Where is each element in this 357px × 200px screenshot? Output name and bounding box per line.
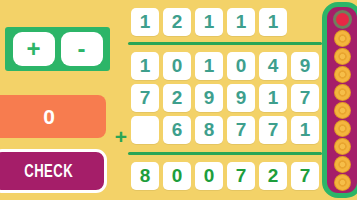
counter-display: 0 bbox=[0, 95, 106, 138]
carry-cell[interactable]: 1 bbox=[227, 8, 255, 36]
plus-button[interactable]: + bbox=[13, 32, 55, 66]
sum-cell[interactable]: 7 bbox=[227, 162, 255, 190]
sum-cell[interactable]: 2 bbox=[259, 162, 287, 190]
sum-cell[interactable]: 0 bbox=[195, 162, 223, 190]
empty-cell[interactable] bbox=[131, 116, 159, 144]
check-button[interactable]: CHECK bbox=[0, 149, 107, 193]
token-yellow bbox=[334, 66, 351, 83]
token-yellow bbox=[334, 156, 351, 173]
game-screen: + - 0 CHECK 1 2 1 1 1 1 0 1 0 4 9 7 2 9 … bbox=[0, 0, 357, 200]
carry-cell[interactable]: 1 bbox=[195, 8, 223, 36]
digit-cell[interactable]: 9 bbox=[195, 84, 223, 112]
sum-cell[interactable]: 8 bbox=[131, 162, 159, 190]
token-red bbox=[333, 10, 352, 29]
addend2-row: 7 2 9 9 1 7 bbox=[131, 84, 319, 112]
digit-cell[interactable]: 0 bbox=[163, 52, 191, 80]
carry-underline bbox=[128, 42, 322, 45]
sum-cell[interactable]: 0 bbox=[163, 162, 191, 190]
carry-cell[interactable]: 2 bbox=[163, 8, 191, 36]
digit-cell[interactable]: 7 bbox=[259, 116, 287, 144]
digit-cell[interactable]: 7 bbox=[227, 116, 255, 144]
digit-cell[interactable]: 7 bbox=[291, 84, 319, 112]
token-tray bbox=[322, 2, 357, 198]
token-yellow bbox=[334, 102, 351, 119]
digit-cell[interactable]: 1 bbox=[259, 84, 287, 112]
token-yellow bbox=[334, 30, 351, 47]
minus-button[interactable]: - bbox=[61, 32, 103, 66]
sum-cell[interactable]: 7 bbox=[291, 162, 319, 190]
digit-cell[interactable]: 9 bbox=[291, 52, 319, 80]
token-yellow bbox=[334, 84, 351, 101]
carry-cell[interactable]: 1 bbox=[131, 8, 159, 36]
token-yellow bbox=[334, 174, 351, 191]
token-yellow bbox=[334, 138, 351, 155]
digit-cell[interactable]: 0 bbox=[227, 52, 255, 80]
digit-cell[interactable]: 7 bbox=[131, 84, 159, 112]
sum-row: 8 0 0 7 2 7 bbox=[131, 162, 319, 190]
increment-panel: + - bbox=[5, 27, 110, 71]
carry-row: 1 2 1 1 1 bbox=[131, 8, 287, 36]
token-yellow bbox=[334, 48, 351, 65]
digit-cell[interactable]: 8 bbox=[195, 116, 223, 144]
digit-cell[interactable]: 9 bbox=[227, 84, 255, 112]
sum-line bbox=[128, 152, 322, 155]
addend3-row: 6 8 7 7 1 bbox=[131, 116, 319, 144]
token-yellow bbox=[334, 120, 351, 137]
digit-cell[interactable]: 1 bbox=[131, 52, 159, 80]
check-button-label: CHECK bbox=[25, 161, 74, 181]
digit-cell[interactable]: 6 bbox=[163, 116, 191, 144]
digit-cell[interactable]: 4 bbox=[259, 52, 287, 80]
digit-cell[interactable]: 2 bbox=[163, 84, 191, 112]
carry-cell[interactable]: 1 bbox=[259, 8, 287, 36]
digit-cell[interactable]: 1 bbox=[291, 116, 319, 144]
addend1-row: 1 0 1 0 4 9 bbox=[131, 52, 319, 80]
plus-operator: + bbox=[111, 126, 131, 147]
digit-cell[interactable]: 1 bbox=[195, 52, 223, 80]
